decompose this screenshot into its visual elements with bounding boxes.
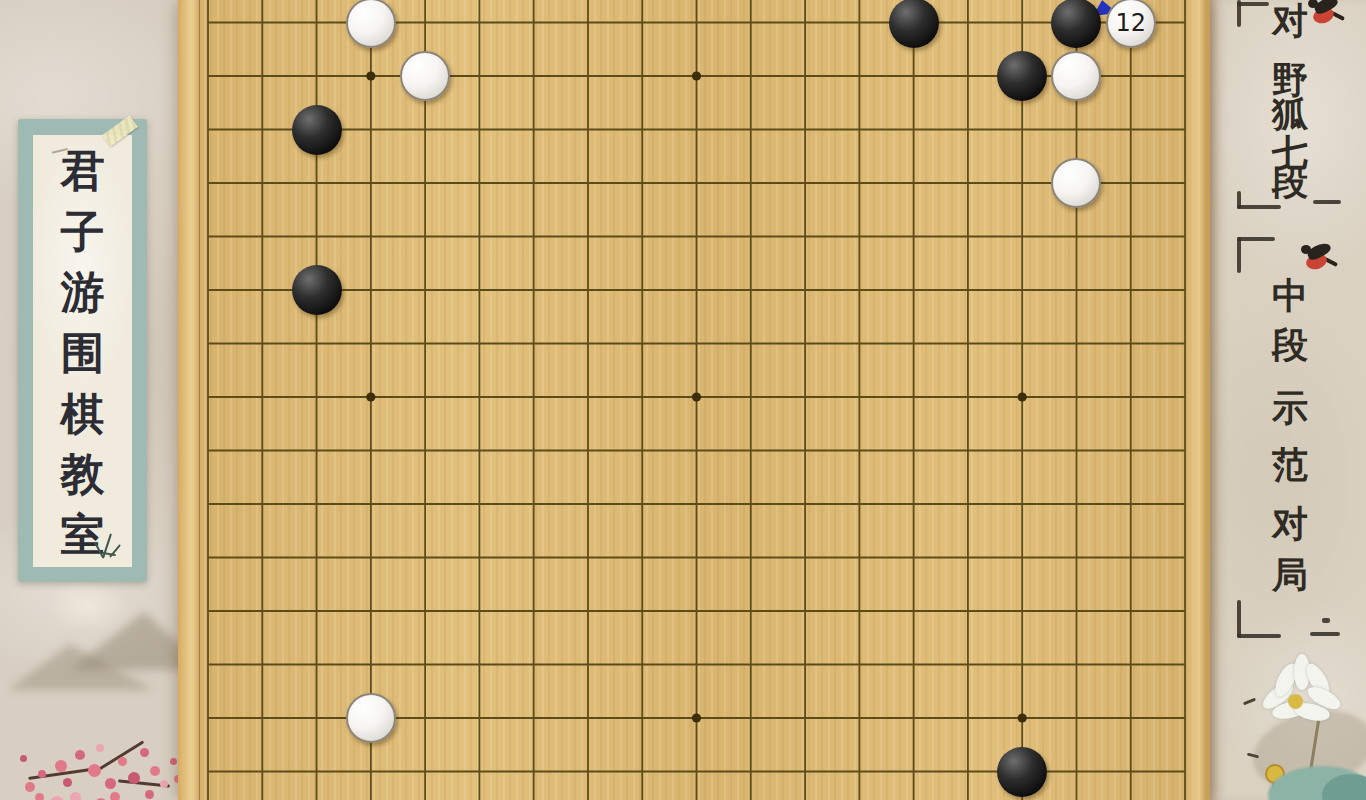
calligraphy-banner: 君子游围棋教室 [18, 119, 147, 582]
black-stone[interactable] [889, 0, 939, 48]
plum-blossom [63, 778, 72, 787]
black-stone[interactable] [997, 747, 1047, 797]
plum-blossom [55, 760, 67, 772]
frame-corner [1237, 2, 1269, 6]
black-stone[interactable] [997, 51, 1047, 101]
left-decor-panel: 君子游围棋教室 [0, 0, 178, 800]
frame-corner [1237, 237, 1241, 273]
plum-blossom [170, 758, 177, 765]
frame-corner [1322, 618, 1330, 623]
plum-blossom [128, 772, 140, 784]
plum-blossom [140, 748, 149, 757]
caption-char: 段 [1266, 162, 1314, 202]
frame-corner [1313, 200, 1341, 204]
bamboo-sprig-icon [92, 531, 126, 565]
caption-char: 对 [1266, 1, 1314, 41]
banner-char: 围 [61, 331, 105, 375]
plum-blossom [70, 792, 81, 800]
black-stone[interactable] [292, 265, 342, 315]
ink-mountain [8, 644, 154, 690]
frame-corner [1237, 205, 1281, 209]
black-stone[interactable] [292, 105, 342, 155]
white-stone[interactable] [346, 693, 396, 743]
caption-char: 局 [1266, 555, 1314, 595]
frame-corner [1237, 600, 1241, 638]
frame-corner [1310, 632, 1340, 636]
plum-blossom [150, 766, 160, 776]
white-stone[interactable] [400, 51, 450, 101]
plum-blossom [35, 793, 44, 800]
plum-blossom [50, 796, 64, 800]
lotus-center [1288, 694, 1303, 709]
plum-blossom [75, 750, 85, 760]
caption-char: 范 [1266, 445, 1314, 485]
banner-char: 君 [61, 149, 105, 193]
plum-blossom [96, 744, 104, 752]
plum-blossom [88, 764, 101, 777]
banner-title: 君子游围棋教室 [33, 149, 132, 557]
banner-paper: 君子游围棋教室 [33, 135, 132, 567]
plum-blossom [110, 792, 120, 800]
banner-char: 棋 [61, 392, 105, 436]
caption-char: 狐 [1266, 94, 1314, 134]
plum-blossom [118, 757, 127, 766]
plum-blossom [38, 770, 46, 778]
plum-blossom [20, 755, 27, 762]
plum-blossom [25, 782, 35, 792]
banner-char: 教 [61, 452, 105, 496]
video-frame: 君子游围棋教室 12 [0, 0, 1366, 800]
caption-char: 中 [1266, 276, 1314, 316]
banner-char: 子 [61, 210, 105, 254]
plum-blossom [160, 780, 168, 788]
ink-mark [1243, 698, 1256, 706]
caption-char: 对 [1266, 504, 1314, 544]
plum-blossom [145, 790, 154, 799]
caption-char: 示 [1266, 388, 1314, 428]
go-board[interactable]: 12 [178, 0, 1210, 800]
white-stone-move-12[interactable]: 12 [1106, 0, 1156, 48]
plum-blossom [105, 778, 116, 789]
black-stone[interactable] [1051, 0, 1101, 48]
caption-char: 段 [1266, 325, 1314, 365]
frame-corner [1237, 634, 1281, 638]
right-caption-panel: 对野狐七段中段示范对局 [1210, 0, 1366, 800]
frame-corner [1237, 237, 1275, 241]
banner-char: 游 [61, 270, 105, 314]
white-stone[interactable] [346, 0, 396, 48]
